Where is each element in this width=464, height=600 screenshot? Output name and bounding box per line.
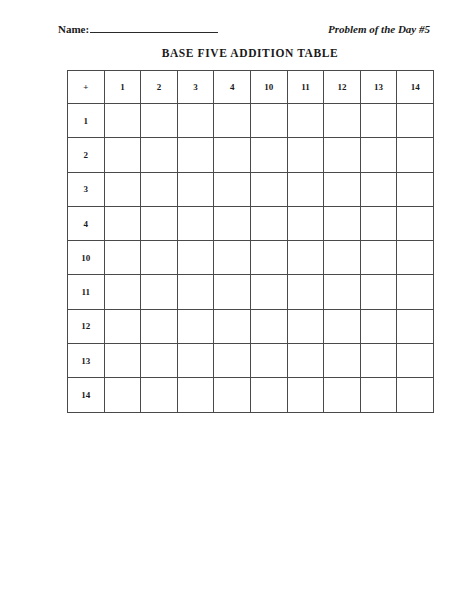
answer-cell[interactable] <box>141 275 178 309</box>
answer-cell[interactable] <box>141 173 178 207</box>
answer-cell[interactable] <box>324 241 361 275</box>
answer-cell[interactable] <box>288 173 325 207</box>
answer-cell[interactable] <box>141 378 178 412</box>
answer-cell[interactable] <box>361 310 398 344</box>
answer-cell[interactable] <box>251 241 288 275</box>
answer-cell[interactable] <box>178 378 215 412</box>
answer-cell[interactable] <box>105 138 142 172</box>
answer-cell[interactable] <box>214 344 251 378</box>
answer-cell[interactable] <box>178 344 215 378</box>
answer-cell[interactable] <box>105 104 142 138</box>
answer-cell[interactable] <box>288 378 325 412</box>
answer-cell[interactable] <box>214 378 251 412</box>
answer-cell[interactable] <box>105 241 142 275</box>
answer-cell[interactable] <box>361 138 398 172</box>
answer-cell[interactable] <box>324 138 361 172</box>
answer-cell[interactable] <box>397 310 434 344</box>
answer-cell[interactable] <box>141 344 178 378</box>
answer-cell[interactable] <box>214 138 251 172</box>
column-header-cell: 2 <box>141 71 178 104</box>
answer-cell[interactable] <box>324 275 361 309</box>
answer-cell[interactable] <box>251 378 288 412</box>
answer-cell[interactable] <box>214 173 251 207</box>
answer-cell[interactable] <box>105 344 142 378</box>
answer-cell[interactable] <box>251 104 288 138</box>
answer-cell[interactable] <box>397 207 434 241</box>
answer-cell[interactable] <box>214 275 251 309</box>
answer-cell[interactable] <box>361 207 398 241</box>
answer-cell[interactable] <box>251 310 288 344</box>
answer-cell[interactable] <box>105 275 142 309</box>
answer-cell[interactable] <box>324 207 361 241</box>
answer-cell[interactable] <box>288 310 325 344</box>
worksheet-title: BASE FIVE ADDITION TABLE <box>67 47 433 59</box>
problem-of-the-day-label: Problem of the Day #5 <box>328 23 430 35</box>
plus-operator-cell: + <box>68 71 105 104</box>
answer-cell[interactable] <box>324 104 361 138</box>
answer-cell[interactable] <box>397 104 434 138</box>
answer-cell[interactable] <box>397 275 434 309</box>
column-header-cell: 14 <box>397 71 434 104</box>
answer-cell[interactable] <box>251 173 288 207</box>
row-header-cell: 2 <box>68 138 105 172</box>
answer-cell[interactable] <box>178 104 215 138</box>
name-field: Name: <box>58 21 218 35</box>
answer-cell[interactable] <box>251 207 288 241</box>
column-header-cell: 12 <box>324 71 361 104</box>
row-header-cell: 1 <box>68 104 105 138</box>
name-label: Name: <box>58 23 89 35</box>
answer-cell[interactable] <box>178 138 215 172</box>
answer-cell[interactable] <box>178 275 215 309</box>
name-blank-line[interactable] <box>90 21 218 33</box>
answer-cell[interactable] <box>214 241 251 275</box>
answer-cell[interactable] <box>288 241 325 275</box>
column-header-cell: 1 <box>105 71 142 104</box>
answer-cell[interactable] <box>251 275 288 309</box>
answer-cell[interactable] <box>141 207 178 241</box>
answer-cell[interactable] <box>288 104 325 138</box>
answer-cell[interactable] <box>361 275 398 309</box>
answer-cell[interactable] <box>141 138 178 172</box>
row-header-cell: 4 <box>68 207 105 241</box>
answer-cell[interactable] <box>105 310 142 344</box>
answer-cell[interactable] <box>288 138 325 172</box>
answer-cell[interactable] <box>397 138 434 172</box>
answer-cell[interactable] <box>214 207 251 241</box>
row-header-cell: 13 <box>68 344 105 378</box>
column-header-cell: 10 <box>251 71 288 104</box>
row-header-cell: 3 <box>68 173 105 207</box>
answer-cell[interactable] <box>251 138 288 172</box>
answer-cell[interactable] <box>361 104 398 138</box>
answer-cell[interactable] <box>214 104 251 138</box>
answer-cell[interactable] <box>178 173 215 207</box>
answer-cell[interactable] <box>324 173 361 207</box>
row-header-cell: 12 <box>68 310 105 344</box>
answer-cell[interactable] <box>178 207 215 241</box>
answer-cell[interactable] <box>141 310 178 344</box>
answer-cell[interactable] <box>361 241 398 275</box>
worksheet-page: Name: Problem of the Day #5 BASE FIVE AD… <box>0 0 464 600</box>
answer-cell[interactable] <box>105 173 142 207</box>
answer-cell[interactable] <box>324 378 361 412</box>
row-header-cell: 11 <box>68 275 105 309</box>
answer-cell[interactable] <box>397 173 434 207</box>
answer-cell[interactable] <box>397 241 434 275</box>
row-header-cell: 14 <box>68 378 105 412</box>
row-header-cell: 10 <box>68 241 105 275</box>
answer-cell[interactable] <box>288 275 325 309</box>
answer-cell[interactable] <box>251 344 288 378</box>
column-header-cell: 13 <box>361 71 398 104</box>
answer-cell[interactable] <box>288 207 325 241</box>
answer-cell[interactable] <box>397 344 434 378</box>
worksheet-header: Name: Problem of the Day #5 <box>58 21 430 35</box>
answer-cell[interactable] <box>141 241 178 275</box>
answer-cell[interactable] <box>288 344 325 378</box>
answer-cell[interactable] <box>361 344 398 378</box>
answer-cell[interactable] <box>141 104 178 138</box>
answer-cell[interactable] <box>361 378 398 412</box>
column-header-cell: 11 <box>288 71 325 104</box>
answer-cell[interactable] <box>324 310 361 344</box>
answer-cell[interactable] <box>105 207 142 241</box>
answer-cell[interactable] <box>324 344 361 378</box>
column-header-cell: 4 <box>214 71 251 104</box>
answer-cell[interactable] <box>397 378 434 412</box>
answer-cell[interactable] <box>105 378 142 412</box>
column-header-cell: 3 <box>178 71 215 104</box>
answer-cell[interactable] <box>178 241 215 275</box>
answer-cell[interactable] <box>178 310 215 344</box>
addition-table: +1234101112131412341011121314 <box>67 70 434 413</box>
answer-cell[interactable] <box>361 173 398 207</box>
answer-cell[interactable] <box>214 310 251 344</box>
